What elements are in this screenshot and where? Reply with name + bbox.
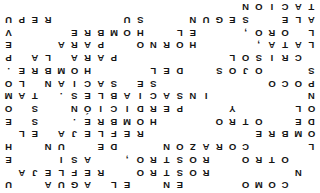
empty-cell bbox=[2, 128, 15, 141]
empty-cell bbox=[94, 65, 107, 78]
empty-cell bbox=[200, 65, 213, 78]
empty-cell bbox=[28, 77, 41, 90]
empty-cell bbox=[173, 77, 186, 90]
empty-cell bbox=[265, 90, 278, 103]
empty-cell bbox=[15, 52, 28, 65]
letter-cell: M bbox=[292, 128, 305, 141]
letter-cell: R bbox=[81, 52, 94, 65]
empty-cell bbox=[42, 1, 55, 14]
empty-cell bbox=[147, 179, 160, 192]
letter-cell: O bbox=[173, 141, 186, 154]
letter-cell: P bbox=[15, 14, 28, 27]
empty-cell bbox=[160, 14, 173, 27]
letter-cell: E bbox=[42, 167, 55, 180]
empty-cell bbox=[55, 14, 68, 27]
letter-cell: E bbox=[81, 90, 94, 103]
empty-cell bbox=[68, 14, 81, 27]
empty-cell bbox=[226, 26, 239, 39]
letter-cell: M bbox=[55, 65, 68, 78]
letter-cell: F bbox=[68, 167, 81, 180]
empty-cell bbox=[252, 103, 265, 116]
letter-cell: H bbox=[186, 39, 199, 52]
letter-cell: B bbox=[42, 65, 55, 78]
letter-cell: B bbox=[94, 26, 107, 39]
letter-cell: O bbox=[305, 103, 318, 116]
empty-cell bbox=[200, 103, 213, 116]
letter-cell: O bbox=[173, 39, 186, 52]
letter-cell: . bbox=[2, 65, 15, 78]
letter-cell: A bbox=[81, 179, 94, 192]
empty-cell bbox=[94, 179, 107, 192]
letter-cell: C bbox=[81, 77, 94, 90]
letter-cell: C bbox=[107, 103, 120, 116]
letter-cell: Ó bbox=[81, 103, 94, 116]
empty-cell bbox=[121, 39, 134, 52]
letter-cell: A bbox=[81, 154, 94, 167]
letter-cell: S bbox=[173, 154, 186, 167]
letter-cell: F bbox=[107, 128, 120, 141]
empty-cell bbox=[134, 1, 147, 14]
letter-cell: O bbox=[265, 179, 278, 192]
empty-cell bbox=[15, 154, 28, 167]
puzzle-board: COMOENELAGUAUNROSTROREFLEJAOTROROSTRO,AS… bbox=[2, 1, 318, 192]
letter-cell: A bbox=[265, 39, 278, 52]
letter-cell: O bbox=[134, 39, 147, 52]
empty-cell bbox=[160, 52, 173, 65]
letter-cell: R bbox=[279, 52, 292, 65]
empty-cell bbox=[15, 103, 28, 116]
empty-cell bbox=[147, 14, 160, 27]
letter-cell: L bbox=[94, 90, 107, 103]
empty-cell bbox=[121, 141, 134, 154]
empty-cell bbox=[292, 179, 305, 192]
letter-cell: J bbox=[28, 167, 41, 180]
letter-cell: C bbox=[292, 52, 305, 65]
empty-cell bbox=[81, 1, 94, 14]
empty-cell bbox=[173, 52, 186, 65]
empty-cell bbox=[265, 116, 278, 129]
empty-cell bbox=[239, 167, 252, 180]
letter-cell: E bbox=[292, 116, 305, 129]
letter-cell: L bbox=[15, 77, 28, 90]
empty-cell bbox=[15, 179, 28, 192]
letter-cell: I bbox=[134, 90, 147, 103]
letter-cell: E bbox=[2, 154, 15, 167]
letter-cell: O bbox=[239, 179, 252, 192]
letter-cell: P bbox=[2, 52, 15, 65]
empty-cell bbox=[186, 103, 199, 116]
letter-cell: T bbox=[279, 39, 292, 52]
empty-cell bbox=[305, 154, 318, 167]
empty-cell bbox=[252, 141, 265, 154]
empty-cell bbox=[213, 167, 226, 180]
letter-cell: R bbox=[42, 14, 55, 27]
letter-cell: P bbox=[305, 77, 318, 90]
letter-cell: E bbox=[121, 128, 134, 141]
letter-cell: E bbox=[15, 65, 28, 78]
letter-cell: L bbox=[292, 103, 305, 116]
empty-cell bbox=[186, 65, 199, 78]
letter-cell: A bbox=[68, 52, 81, 65]
empty-cell bbox=[239, 128, 252, 141]
letter-cell: N bbox=[239, 1, 252, 14]
letter-cell: V bbox=[2, 26, 15, 39]
letter-cell: O bbox=[252, 116, 265, 129]
empty-cell bbox=[15, 141, 28, 154]
empty-cell bbox=[200, 116, 213, 129]
letter-cell: A bbox=[15, 167, 28, 180]
empty-cell bbox=[252, 167, 265, 180]
letter-cell: A bbox=[200, 141, 213, 154]
empty-cell bbox=[186, 116, 199, 129]
empty-cell bbox=[279, 103, 292, 116]
empty-cell bbox=[160, 26, 173, 39]
letter-cell: I bbox=[94, 103, 107, 116]
empty-cell bbox=[292, 154, 305, 167]
letter-cell: A bbox=[28, 52, 41, 65]
letter-cell: S bbox=[173, 90, 186, 103]
letter-cell: O bbox=[68, 65, 81, 78]
letter-cell: B bbox=[279, 128, 292, 141]
empty-cell bbox=[226, 154, 239, 167]
letter-cell: R bbox=[200, 154, 213, 167]
empty-cell bbox=[239, 77, 252, 90]
letter-cell: R bbox=[68, 39, 81, 52]
letter-cell: O bbox=[252, 1, 265, 14]
letter-cell: S bbox=[28, 116, 41, 129]
empty-cell bbox=[173, 14, 186, 27]
letter-cell: S bbox=[173, 167, 186, 180]
letter-cell: O bbox=[134, 116, 147, 129]
letter-cell: L bbox=[15, 128, 28, 141]
letter-cell: O bbox=[305, 128, 318, 141]
letter-cell: L bbox=[173, 26, 186, 39]
letter-cell: H bbox=[81, 65, 94, 78]
letter-cell: E bbox=[81, 167, 94, 180]
letter-cell: U bbox=[121, 14, 134, 27]
letter-cell: R bbox=[28, 65, 41, 78]
letter-cell: A bbox=[55, 77, 68, 90]
letter-cell: E bbox=[2, 116, 15, 129]
empty-cell bbox=[160, 77, 173, 90]
empty-cell bbox=[134, 141, 147, 154]
empty-cell bbox=[200, 52, 213, 65]
empty-cell bbox=[55, 52, 68, 65]
letter-cell: E bbox=[160, 103, 173, 116]
empty-cell bbox=[2, 1, 15, 14]
empty-cell bbox=[42, 39, 55, 52]
empty-cell bbox=[173, 1, 186, 14]
letter-cell: A bbox=[15, 90, 28, 103]
empty-cell bbox=[200, 128, 213, 141]
empty-cell bbox=[226, 179, 239, 192]
letter-cell: R bbox=[94, 116, 107, 129]
empty-cell bbox=[28, 1, 41, 14]
empty-cell bbox=[107, 65, 120, 78]
letter-cell: L bbox=[305, 39, 318, 52]
letter-cell: S bbox=[213, 65, 226, 78]
letter-cell: M bbox=[2, 90, 15, 103]
empty-cell bbox=[15, 26, 28, 39]
empty-cell bbox=[28, 141, 41, 154]
letter-cell: E bbox=[94, 141, 107, 154]
empty-cell bbox=[226, 77, 239, 90]
empty-cell bbox=[226, 128, 239, 141]
empty-cell bbox=[28, 179, 41, 192]
letter-cell: R bbox=[134, 128, 147, 141]
letter-cell: D bbox=[173, 65, 186, 78]
letter-cell: O bbox=[186, 167, 199, 180]
empty-cell bbox=[239, 39, 252, 52]
letter-cell: E bbox=[173, 179, 186, 192]
empty-cell bbox=[55, 116, 68, 129]
letter-cell: O bbox=[226, 65, 239, 78]
letter-cell: A bbox=[55, 128, 68, 141]
letter-cell: B bbox=[107, 90, 120, 103]
letter-cell: T bbox=[28, 90, 41, 103]
empty-cell bbox=[15, 116, 28, 129]
letter-cell: P bbox=[94, 39, 107, 52]
empty-cell bbox=[292, 26, 305, 39]
letter-cell: J bbox=[239, 65, 252, 78]
letter-cell: S bbox=[68, 90, 81, 103]
empty-cell bbox=[200, 39, 213, 52]
empty-cell bbox=[213, 52, 226, 65]
letter-cell: R bbox=[265, 128, 278, 141]
empty-cell bbox=[94, 154, 107, 167]
letter-cell: L bbox=[305, 141, 318, 154]
empty-cell bbox=[226, 90, 239, 103]
empty-cell bbox=[94, 14, 107, 27]
empty-cell bbox=[107, 154, 120, 167]
letter-cell: A bbox=[160, 90, 173, 103]
empty-cell bbox=[213, 103, 226, 116]
letter-cell: E bbox=[186, 26, 199, 39]
letter-cell: M bbox=[121, 116, 134, 129]
letter-cell: N bbox=[292, 167, 305, 180]
letter-cell: O bbox=[134, 167, 147, 180]
letter-cell: S bbox=[252, 52, 265, 65]
letter-cell: N bbox=[68, 103, 81, 116]
letter-cell: A bbox=[292, 1, 305, 14]
letter-cell: E bbox=[121, 179, 134, 192]
letter-cell: E bbox=[160, 65, 173, 78]
letter-cell: U bbox=[55, 179, 68, 192]
letter-cell: H bbox=[134, 26, 147, 39]
letter-cell: O bbox=[292, 77, 305, 90]
empty-cell bbox=[239, 90, 252, 103]
empty-cell bbox=[42, 90, 55, 103]
letter-cell: N bbox=[42, 77, 55, 90]
empty-cell bbox=[305, 167, 318, 180]
empty-cell bbox=[226, 167, 239, 180]
letter-cell: O bbox=[121, 26, 134, 39]
letter-cell: I bbox=[265, 52, 278, 65]
letter-cell: . bbox=[55, 90, 68, 103]
letter-cell: , bbox=[252, 39, 265, 52]
empty-cell bbox=[107, 39, 120, 52]
letter-cell: R bbox=[81, 26, 94, 39]
empty-cell bbox=[213, 154, 226, 167]
empty-cell bbox=[305, 179, 318, 192]
empty-cell bbox=[186, 179, 199, 192]
empty-cell bbox=[121, 1, 134, 14]
empty-cell bbox=[292, 141, 305, 154]
empty-cell bbox=[55, 26, 68, 39]
letter-cell: Y bbox=[226, 103, 239, 116]
empty-cell bbox=[213, 26, 226, 39]
letter-cell: O bbox=[239, 154, 252, 167]
empty-cell bbox=[226, 39, 239, 52]
letter-cell: R bbox=[226, 116, 239, 129]
empty-cell bbox=[28, 154, 41, 167]
empty-cell bbox=[226, 1, 239, 14]
letter-cell: L bbox=[55, 167, 68, 180]
empty-cell bbox=[121, 167, 134, 180]
letter-cell: E bbox=[134, 77, 147, 90]
letter-cell: O bbox=[134, 154, 147, 167]
letter-cell: T bbox=[160, 154, 173, 167]
letter-cell: N bbox=[147, 39, 160, 52]
empty-cell bbox=[121, 77, 134, 90]
letter-cell: O bbox=[279, 154, 292, 167]
letter-cell: L bbox=[292, 14, 305, 27]
letter-cell: . bbox=[68, 116, 81, 129]
empty-cell bbox=[55, 103, 68, 116]
empty-cell bbox=[121, 52, 134, 65]
letter-cell: I bbox=[200, 90, 213, 103]
empty-cell bbox=[279, 167, 292, 180]
letter-cell: R bbox=[147, 167, 160, 180]
empty-cell bbox=[292, 65, 305, 78]
letter-cell: C bbox=[239, 141, 252, 154]
empty-cell bbox=[252, 14, 265, 27]
letter-cell: N bbox=[186, 90, 199, 103]
letter-cell: S bbox=[305, 65, 318, 78]
letter-cell: G bbox=[68, 179, 81, 192]
empty-cell bbox=[160, 128, 173, 141]
letter-cell: O bbox=[279, 26, 292, 39]
letter-cell: , bbox=[239, 26, 252, 39]
empty-cell bbox=[252, 90, 265, 103]
letter-cell: O bbox=[2, 103, 15, 116]
empty-cell bbox=[2, 167, 15, 180]
letter-cell: I bbox=[55, 154, 68, 167]
empty-cell bbox=[265, 14, 278, 27]
letter-cell: E bbox=[28, 14, 41, 27]
empty-cell bbox=[279, 90, 292, 103]
letter-cell: T bbox=[305, 1, 318, 14]
empty-cell bbox=[147, 1, 160, 14]
letter-cell: S bbox=[28, 103, 41, 116]
empty-cell bbox=[239, 103, 252, 116]
letter-cell: T bbox=[239, 116, 252, 129]
letter-cell: L bbox=[42, 52, 55, 65]
empty-cell bbox=[42, 128, 55, 141]
letter-cell: E bbox=[2, 39, 15, 52]
empty-cell bbox=[213, 1, 226, 14]
empty-cell bbox=[213, 90, 226, 103]
letter-cell: A bbox=[55, 39, 68, 52]
letter-cell: B bbox=[107, 116, 120, 129]
letter-cell: E bbox=[68, 26, 81, 39]
puzzle-page: COMOENELAGUAUNROSTROREFLEJAOTROROSTRO,AS… bbox=[0, 0, 320, 193]
letter-cell: A bbox=[94, 52, 107, 65]
empty-cell bbox=[147, 128, 160, 141]
empty-cell bbox=[28, 39, 41, 52]
letter-cell: A bbox=[42, 179, 55, 192]
letter-cell: A bbox=[121, 90, 134, 103]
letter-cell: P bbox=[107, 52, 120, 65]
letter-cell: O bbox=[252, 26, 265, 39]
letter-cell: U bbox=[2, 179, 15, 192]
letter-cell: R bbox=[94, 167, 107, 180]
empty-cell bbox=[213, 179, 226, 192]
empty-cell bbox=[200, 179, 213, 192]
letter-cell: A bbox=[292, 39, 305, 52]
empty-cell bbox=[107, 167, 120, 180]
empty-cell bbox=[186, 128, 199, 141]
letter-cell: S bbox=[239, 14, 252, 27]
empty-cell bbox=[147, 52, 160, 65]
letter-cell: O bbox=[186, 154, 199, 167]
letter-cell: , bbox=[121, 154, 134, 167]
empty-cell bbox=[121, 65, 134, 78]
letter-cell: R bbox=[213, 141, 226, 154]
letter-cell: N bbox=[42, 141, 55, 154]
letter-cell: O bbox=[226, 141, 239, 154]
empty-cell bbox=[147, 26, 160, 39]
letter-cell: L bbox=[305, 26, 318, 39]
empty-cell bbox=[160, 1, 173, 14]
empty-cell bbox=[305, 52, 318, 65]
empty-cell bbox=[173, 116, 186, 129]
empty-cell bbox=[213, 77, 226, 90]
letter-cell: L bbox=[107, 179, 120, 192]
letter-cell: U bbox=[2, 14, 15, 27]
empty-cell bbox=[160, 116, 173, 129]
letter-cell: A bbox=[94, 77, 107, 90]
letter-cell: O bbox=[252, 65, 265, 78]
letter-cell: R bbox=[147, 103, 160, 116]
empty-cell bbox=[94, 1, 107, 14]
empty-cell bbox=[134, 179, 147, 192]
empty-cell bbox=[28, 26, 41, 39]
letter-cell: L bbox=[226, 52, 239, 65]
letter-cell: N bbox=[305, 90, 318, 103]
empty-cell bbox=[42, 116, 55, 129]
letter-cell: I bbox=[265, 1, 278, 14]
letter-cell: O bbox=[2, 77, 15, 90]
letter-cell: E bbox=[252, 128, 265, 141]
empty-cell bbox=[200, 26, 213, 39]
empty-cell bbox=[134, 65, 147, 78]
letter-cell: N bbox=[186, 14, 199, 27]
letter-cell: C bbox=[279, 77, 292, 90]
letter-cell: I bbox=[68, 77, 81, 90]
empty-cell bbox=[200, 77, 213, 90]
empty-cell bbox=[265, 103, 278, 116]
letter-cell: J bbox=[68, 128, 81, 141]
letter-cell: I bbox=[121, 103, 134, 116]
letter-cell: E bbox=[28, 128, 41, 141]
letter-cell: R bbox=[160, 39, 173, 52]
letter-cell: L bbox=[147, 65, 160, 78]
letter-cell: L bbox=[94, 128, 107, 141]
letter-cell: C bbox=[279, 179, 292, 192]
letter-cell: G bbox=[213, 14, 226, 27]
letter-cell: M bbox=[107, 26, 120, 39]
